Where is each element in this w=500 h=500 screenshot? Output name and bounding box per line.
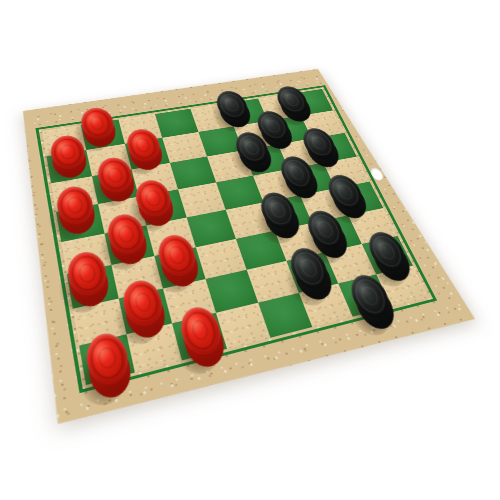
checker-black-h5[interactable] <box>323 173 368 212</box>
checker-red-a2[interactable] <box>49 133 88 171</box>
board-3d-projection <box>42 89 429 385</box>
checker-red-a4[interactable] <box>54 184 96 227</box>
checker-red-c6[interactable] <box>154 232 200 279</box>
checker-red-c2[interactable] <box>123 127 163 164</box>
checkers-board-photo <box>0 0 500 500</box>
checker-red-c8[interactable] <box>175 303 225 358</box>
